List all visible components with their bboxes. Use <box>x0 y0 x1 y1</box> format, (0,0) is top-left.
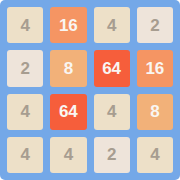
tile-r1c3: 4 <box>94 7 130 43</box>
tile-r3c1: 4 <box>7 94 43 130</box>
tile-r2c3: 64 <box>94 50 130 86</box>
tile-r1c4: 2 <box>137 7 173 43</box>
tile-r2c1: 2 <box>7 50 43 86</box>
tile-r3c3: 4 <box>94 94 130 130</box>
tile-r2c2: 8 <box>50 50 86 86</box>
tile-r4c1: 4 <box>7 137 43 173</box>
tile-r1c2: 16 <box>50 7 86 43</box>
tile-r4c3: 2 <box>94 137 130 173</box>
tile-r2c4: 16 <box>137 50 173 86</box>
tile-r4c2: 4 <box>50 137 86 173</box>
tile-r3c4: 8 <box>137 94 173 130</box>
game-board-2048[interactable]: 4 16 4 2 2 8 64 16 4 64 4 8 4 4 2 4 <box>0 0 180 180</box>
tile-r4c4: 4 <box>137 137 173 173</box>
tile-r1c1: 4 <box>7 7 43 43</box>
tile-r3c2: 64 <box>50 94 86 130</box>
